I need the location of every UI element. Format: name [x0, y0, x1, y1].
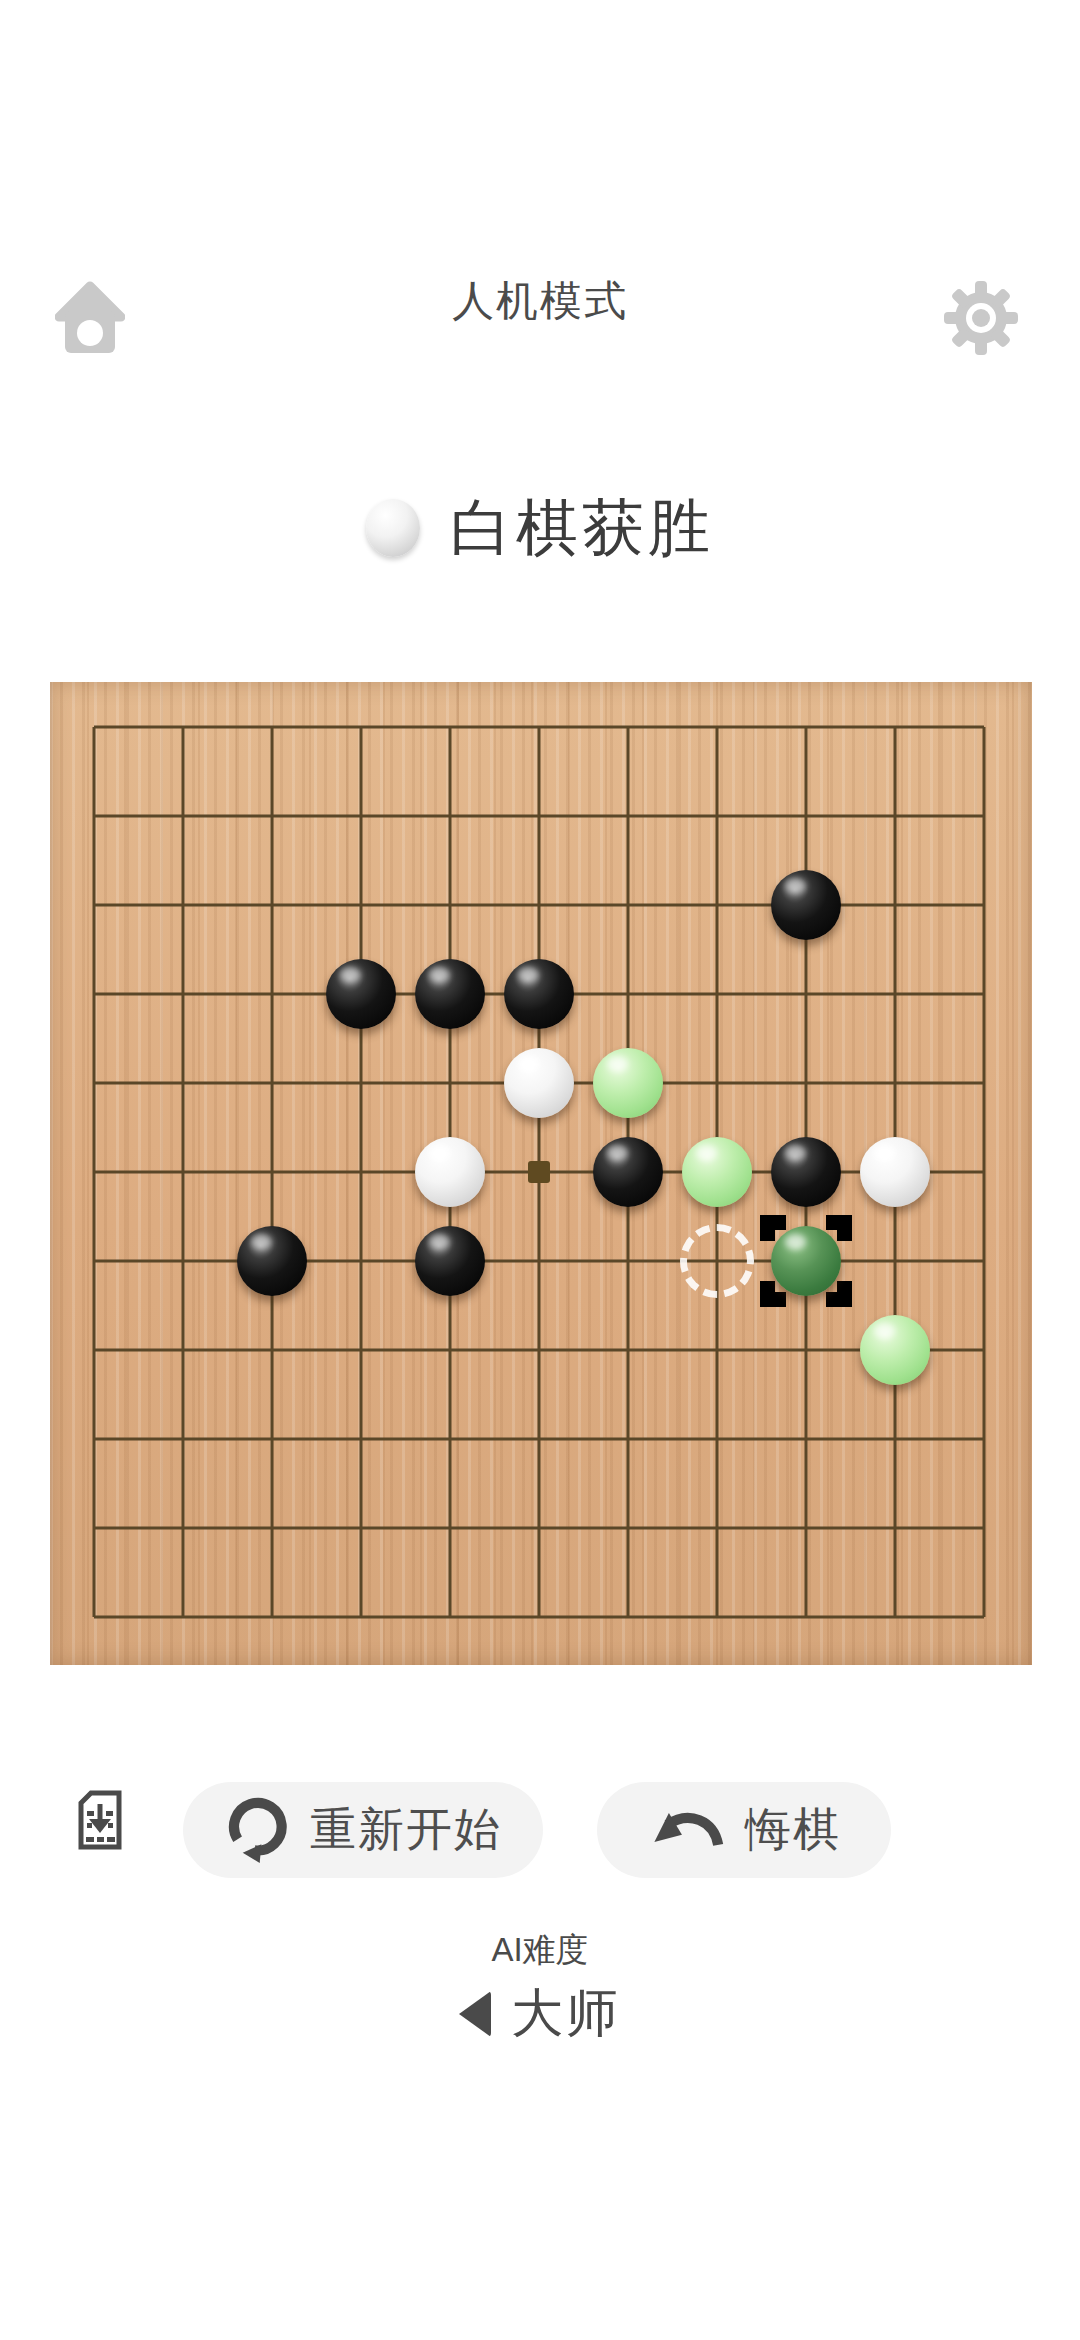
result-text: 白棋获胜 [450, 486, 714, 570]
restart-icon [224, 1795, 292, 1866]
white-stone [415, 1137, 485, 1207]
center-star-point [528, 1161, 550, 1183]
gear-icon[interactable] [944, 281, 1018, 355]
white-stone [504, 1048, 574, 1118]
page-title: 人机模式 [0, 273, 1080, 329]
ai-difficulty: AI难度 大师 [0, 1928, 1080, 2049]
undo-label: 悔棋 [745, 1799, 841, 1861]
black-stone [237, 1226, 307, 1296]
left-triangle-icon[interactable] [459, 1991, 491, 2037]
ai-difficulty-label: AI难度 [491, 1928, 588, 1973]
white-stone-icon [366, 499, 420, 557]
undo-button[interactable]: 悔棋 [597, 1782, 891, 1878]
green-stone [593, 1048, 663, 1118]
green-dark-stone [771, 1226, 841, 1296]
hint-dashed-circle [680, 1224, 754, 1298]
black-stone [771, 1137, 841, 1207]
gomoku-board[interactable] [50, 682, 1032, 1665]
black-stone [504, 959, 574, 1029]
black-stone [593, 1137, 663, 1207]
ai-difficulty-value: 大师 [511, 1979, 621, 2049]
black-stone [771, 870, 841, 940]
game-result-banner: 白棋获胜 [0, 478, 1080, 578]
black-stone [415, 959, 485, 1029]
green-stone [860, 1315, 930, 1385]
restart-label: 重新开始 [310, 1799, 502, 1861]
black-stone [415, 1226, 485, 1296]
black-stone [326, 959, 396, 1029]
game-record-export-icon[interactable] [78, 1790, 122, 1850]
green-stone [682, 1137, 752, 1207]
undo-icon [647, 1800, 727, 1861]
white-stone [860, 1137, 930, 1207]
restart-button[interactable]: 重新开始 [183, 1782, 543, 1878]
header: 人机模式 [0, 255, 1080, 375]
